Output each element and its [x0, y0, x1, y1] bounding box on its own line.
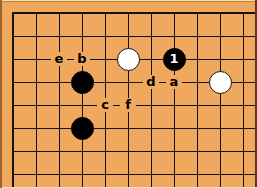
point-label-b: b	[74, 52, 90, 66]
point-label-e: e	[51, 52, 67, 66]
move-number: 1	[169, 52, 178, 66]
go-board-diagram: 1ebdacf	[0, 0, 257, 188]
white-stone	[209, 71, 232, 94]
point-label-a: a	[166, 75, 182, 89]
point-label-f: f	[120, 98, 136, 112]
board-grid: 1ebdacf	[2, 2, 255, 186]
black-stone	[71, 71, 94, 94]
point-label-d: d	[143, 75, 159, 89]
point-label-c: c	[97, 98, 113, 112]
black-stone: 1	[163, 48, 186, 71]
white-stone	[117, 48, 140, 71]
black-stone	[71, 117, 94, 140]
